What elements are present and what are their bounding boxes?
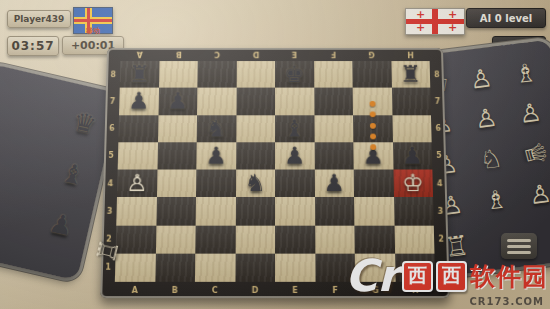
square-b5[interactable] [157, 142, 197, 169]
square-e8[interactable]: ♚ [275, 61, 314, 88]
black-knight: ♞ [244, 172, 266, 196]
file-label-bottom-c: C [195, 282, 235, 298]
black-bishop: ♝ [284, 117, 305, 140]
square-g4[interactable] [354, 170, 394, 198]
rank-label-left-8: 8 [106, 61, 120, 88]
square-f7[interactable] [314, 88, 353, 115]
square-h3[interactable] [394, 197, 434, 225]
square-d6[interactable] [236, 115, 275, 142]
captured-white-pawn: ♙ [473, 102, 499, 134]
square-a7[interactable]: ♟ [119, 88, 159, 115]
rank-label-right-7: 7 [430, 88, 445, 115]
square-g8[interactable] [352, 61, 391, 88]
square-f5[interactable] [314, 142, 354, 169]
captured-white-bishop: ♗ [513, 57, 539, 89]
black-pawn: ♟ [401, 144, 423, 167]
black-pawn: ♟ [205, 144, 227, 167]
square-a8[interactable]: ♜ [120, 61, 159, 88]
black-pawn: ♟ [167, 90, 189, 113]
menu-button[interactable] [501, 233, 537, 259]
increment-label: 移动 [62, 27, 124, 36]
watermark-block: 西 [436, 261, 467, 292]
square-e4[interactable] [275, 170, 315, 198]
square-a3[interactable] [116, 197, 156, 225]
square-e2[interactable] [275, 225, 315, 253]
square-h5[interactable]: ♟ [392, 142, 432, 169]
last-move-trail-dot [370, 101, 376, 107]
square-d2[interactable] [235, 225, 275, 253]
square-c4[interactable] [196, 170, 236, 198]
rank-label-right-4: 4 [432, 170, 447, 198]
square-c8[interactable] [197, 61, 236, 88]
white-player-name-panel: Player439 [7, 10, 71, 28]
black-pawn: ♟ [323, 172, 345, 196]
black-rook: ♜ [129, 63, 151, 86]
square-b6[interactable] [158, 115, 198, 142]
square-h8[interactable]: ♜ [391, 61, 430, 88]
file-label-bottom-a: A [114, 282, 154, 298]
watermark-site-name: 软件园 [470, 260, 548, 293]
last-move-trail-dot [370, 123, 376, 129]
square-c5[interactable]: ♟ [196, 142, 236, 169]
black-king: ♚ [284, 63, 305, 86]
black-knight: ♞ [206, 117, 228, 140]
file-label-top-e: E [275, 48, 314, 61]
square-e1[interactable] [275, 253, 315, 281]
square-d7[interactable] [236, 88, 275, 115]
square-d8[interactable] [236, 61, 275, 88]
square-d3[interactable] [235, 197, 275, 225]
captured-white-pawn: ♙ [527, 178, 550, 210]
rank-label-right-8: 8 [430, 61, 444, 88]
square-c2[interactable] [195, 225, 235, 253]
square-h7[interactable] [391, 88, 431, 115]
square-h6[interactable] [392, 115, 432, 142]
square-d5[interactable] [236, 142, 275, 169]
file-label-top-c: C [198, 48, 237, 61]
square-e5[interactable]: ♟ [275, 142, 314, 169]
square-g3[interactable] [354, 197, 394, 225]
square-b7[interactable]: ♟ [158, 88, 197, 115]
frame-corner [100, 282, 115, 298]
square-c3[interactable] [196, 197, 236, 225]
watermark-logo: Cr [345, 257, 399, 295]
captured-black-queen: ♛ [70, 106, 99, 140]
file-label-bottom-b: B [155, 282, 195, 298]
frame-corner [107, 48, 121, 61]
chess-app-screen: { "game": "chess", "position": { "fen": … [0, 0, 550, 309]
captured-black-pawn: ♟ [46, 207, 75, 241]
square-b8[interactable] [159, 61, 198, 88]
square-b3[interactable] [156, 197, 196, 225]
square-e3[interactable] [275, 197, 315, 225]
white-king: ♔ [402, 172, 424, 196]
square-a5[interactable] [118, 142, 158, 169]
square-f6[interactable] [314, 115, 353, 142]
square-h4[interactable]: ♔ [393, 170, 433, 198]
watermark-site-url: cr173.com [469, 296, 544, 307]
rank-label-right-6: 6 [431, 115, 446, 142]
square-e6[interactable]: ♝ [275, 115, 314, 142]
captured-white-pawn: ♙ [517, 97, 543, 129]
square-c6[interactable]: ♞ [197, 115, 236, 142]
file-label-top-b: B [159, 48, 198, 61]
square-f8[interactable] [314, 61, 353, 88]
square-h2[interactable] [394, 225, 434, 253]
square-a6[interactable] [118, 115, 158, 142]
frame-corner [429, 48, 443, 61]
captured-white-bishop: ♗ [483, 184, 509, 216]
square-e7[interactable] [275, 88, 314, 115]
square-c1[interactable] [195, 253, 235, 281]
square-b4[interactable] [156, 170, 196, 198]
square-f4[interactable]: ♟ [314, 170, 354, 198]
captured-white-pawn: ♙ [468, 63, 494, 95]
rank-label-right-3: 3 [433, 197, 448, 225]
rank-label-left-6: 6 [104, 115, 119, 142]
white-pawn: ♙ [126, 172, 148, 196]
captured-white-knight: ♘ [478, 143, 504, 175]
file-label-top-a: A [120, 48, 159, 61]
ai-level-label: AI 0 level [480, 13, 532, 24]
watermark-block: 西 [402, 261, 433, 292]
rank-label-left-7: 7 [105, 88, 120, 115]
rank-label-right-5: 5 [432, 142, 447, 169]
rank-label-left-4: 4 [103, 170, 118, 198]
file-label-top-g: G [352, 48, 391, 61]
black-rook: ♜ [400, 63, 422, 86]
file-label-top-f: F [314, 48, 353, 61]
rank-label-right-2: 2 [434, 225, 449, 253]
menu-icon [507, 239, 531, 242]
file-label-bottom-d: D [235, 282, 275, 298]
watermark: Cr 西 西 软件园 cr173.com [345, 257, 548, 307]
rank-label-left-3: 3 [102, 197, 117, 225]
square-f3[interactable] [315, 197, 355, 225]
square-a4[interactable]: ♙ [117, 170, 157, 198]
captured-black-bishop: ♝ [58, 157, 87, 191]
georgia-flag: + + + + [405, 8, 465, 35]
captured-white-queen: ♕ [517, 138, 550, 169]
square-d4[interactable]: ♞ [235, 170, 275, 198]
last-move-trail-dot [370, 134, 376, 140]
white-clock: 03:57 [7, 36, 59, 56]
white-player-name: Player439 [14, 14, 65, 24]
ai-level-panel: AI 0 level [466, 8, 546, 28]
file-label-top-d: D [236, 48, 275, 61]
square-d1[interactable] [235, 253, 275, 281]
square-c7[interactable] [197, 88, 236, 115]
square-b1[interactable] [155, 253, 195, 281]
file-label-bottom-e: E [275, 282, 315, 298]
black-pawn: ♟ [284, 144, 305, 167]
square-b2[interactable] [155, 225, 195, 253]
file-label-top-h: H [391, 48, 430, 61]
rank-label-left-5: 5 [104, 142, 119, 169]
black-pawn: ♟ [128, 90, 150, 113]
